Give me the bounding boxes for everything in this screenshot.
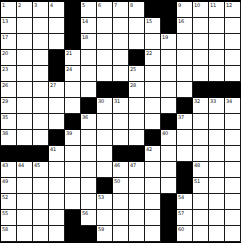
cell-r11c2[interactable]: 44: [17, 162, 33, 178]
cell-r14c12[interactable]: 57: [177, 210, 193, 226]
clue-number-14: 14: [82, 18, 88, 24]
cell-r2c6[interactable]: 14: [81, 18, 97, 34]
cell-r8c6[interactable]: 36: [81, 114, 97, 130]
cell-r5c1[interactable]: 23: [1, 66, 17, 82]
cell-r8c2[interactable]: [17, 114, 33, 130]
cell-r8c7[interactable]: [97, 114, 113, 130]
cell-r1c4[interactable]: 4: [49, 2, 65, 18]
cell-r7c15[interactable]: 34: [225, 98, 241, 114]
cell-r5c11[interactable]: [161, 66, 177, 82]
cell-r12c2[interactable]: [17, 178, 33, 194]
cell-r1c14[interactable]: 11: [209, 2, 225, 18]
clue-number-21: 21: [66, 50, 72, 56]
cell-r13c6[interactable]: [81, 194, 97, 210]
clue-number-16: 16: [178, 18, 184, 24]
cell-r8c3[interactable]: [33, 114, 49, 130]
cell-r8c10[interactable]: [145, 114, 161, 130]
black-cell-r11c12: [177, 162, 193, 178]
black-cell-r6c8: [113, 82, 129, 98]
cell-r10c12[interactable]: [177, 146, 193, 162]
cell-r13c9[interactable]: [129, 194, 145, 210]
cell-r2c12[interactable]: 16: [177, 18, 193, 34]
cell-r11c11[interactable]: [161, 162, 177, 178]
cell-r5c3[interactable]: [33, 66, 49, 82]
cell-r3c1[interactable]: 17: [1, 34, 17, 50]
cell-r4c8[interactable]: [113, 50, 129, 66]
cell-r9c5[interactable]: 39: [65, 130, 81, 146]
cell-r15c2[interactable]: [17, 226, 33, 242]
cell-r15c4[interactable]: [49, 226, 65, 242]
cell-r12c13[interactable]: 51: [193, 178, 209, 194]
crossword-grid: 1234567891011121314151617181920212223242…: [0, 0, 241, 243]
black-cell-r10c2: [17, 146, 33, 162]
cell-r3c7[interactable]: [97, 34, 113, 50]
clue-number-33: 33: [210, 98, 216, 104]
clue-number-1: 1: [2, 2, 5, 8]
clue-number-37: 37: [178, 114, 184, 120]
black-cell-r10c1: [1, 146, 17, 162]
cell-r2c8[interactable]: [113, 18, 129, 34]
cell-r7c4[interactable]: [49, 98, 65, 114]
black-cell-r1c5: [65, 2, 81, 18]
clue-number-19: 19: [162, 34, 168, 40]
clue-number-55: 55: [2, 210, 8, 216]
clue-number-48: 48: [194, 162, 200, 168]
cell-r13c5[interactable]: [65, 194, 81, 210]
cell-r5c12[interactable]: [177, 66, 193, 82]
cell-r12c15[interactable]: [225, 178, 241, 194]
cell-r2c4[interactable]: [49, 18, 65, 34]
cell-r6c10[interactable]: [145, 82, 161, 98]
clue-number-7: 7: [114, 2, 117, 8]
cell-r13c10[interactable]: [145, 194, 161, 210]
black-cell-r9c10: [145, 130, 161, 146]
cell-r12c8[interactable]: 50: [113, 178, 129, 194]
cell-r4c6[interactable]: [81, 50, 97, 66]
cell-r14c6[interactable]: 56: [81, 210, 97, 226]
clue-number-12: 12: [226, 2, 232, 8]
cell-r5c13[interactable]: [193, 66, 209, 82]
cell-r2c10[interactable]: 15: [145, 18, 161, 34]
cell-r5c10[interactable]: [145, 66, 161, 82]
cell-r1c12[interactable]: 9: [177, 2, 193, 18]
clue-number-15: 15: [146, 18, 152, 24]
cell-r6c4[interactable]: 27: [49, 82, 65, 98]
cell-r11c8[interactable]: 46: [113, 162, 129, 178]
cell-r1c3[interactable]: 3: [33, 2, 49, 18]
cell-r7c3[interactable]: [33, 98, 49, 114]
clue-number-2: 2: [18, 2, 21, 8]
clue-number-31: 31: [114, 98, 120, 104]
cell-r3c3[interactable]: [33, 34, 49, 50]
clue-number-51: 51: [194, 178, 200, 184]
cell-r11c9[interactable]: 47: [129, 162, 145, 178]
clue-number-3: 3: [34, 2, 37, 8]
cell-r3c14[interactable]: [209, 34, 225, 50]
cell-r4c11[interactable]: [161, 50, 177, 66]
black-cell-r15c11: [161, 226, 177, 242]
cell-r9c2[interactable]: [17, 130, 33, 146]
cell-r11c1[interactable]: 43: [1, 162, 17, 178]
black-cell-r1c10: [145, 2, 161, 18]
black-cell-r10c9: [129, 146, 145, 162]
cell-r4c12[interactable]: [177, 50, 193, 66]
black-cell-r6c7: [97, 82, 113, 98]
cell-r14c10[interactable]: [145, 210, 161, 226]
cell-r11c4[interactable]: [49, 162, 65, 178]
cell-r3c2[interactable]: [17, 34, 33, 50]
cell-r4c14[interactable]: [209, 50, 225, 66]
clue-number-38: 38: [2, 130, 8, 136]
cell-r14c3[interactable]: [33, 210, 49, 226]
cell-r6c11[interactable]: [161, 82, 177, 98]
cell-r15c13[interactable]: [193, 226, 209, 242]
cell-r3c4[interactable]: [49, 34, 65, 50]
black-cell-r12c7: [97, 178, 113, 194]
cell-r6c9[interactable]: 28: [129, 82, 145, 98]
cell-r13c12[interactable]: 54: [177, 194, 193, 210]
cell-r14c13[interactable]: [193, 210, 209, 226]
clue-number-44: 44: [18, 162, 24, 168]
cell-r13c15[interactable]: [225, 194, 241, 210]
cell-r9c7[interactable]: [97, 130, 113, 146]
cell-r14c8[interactable]: [113, 210, 129, 226]
cell-r3c8[interactable]: [113, 34, 129, 50]
cell-r10c11[interactable]: [161, 146, 177, 162]
cell-r14c7[interactable]: [97, 210, 113, 226]
clue-number-28: 28: [130, 82, 136, 88]
cell-r13c2[interactable]: [17, 194, 33, 210]
black-cell-r10c3: [33, 146, 49, 162]
cell-r2c15[interactable]: [225, 18, 241, 34]
cell-r6c1[interactable]: 26: [1, 82, 17, 98]
cell-r8c4[interactable]: [49, 114, 65, 130]
cell-r9c14[interactable]: [209, 130, 225, 146]
cell-r1c13[interactable]: 10: [193, 2, 209, 18]
cell-r1c15[interactable]: 12: [225, 2, 241, 18]
clue-number-23: 23: [2, 66, 8, 72]
cell-r12c6[interactable]: [81, 178, 97, 194]
clue-number-30: 30: [98, 98, 104, 104]
cell-r3c11[interactable]: 19: [161, 34, 177, 50]
clue-number-27: 27: [50, 82, 56, 88]
clue-number-42: 42: [146, 146, 152, 152]
black-cell-r6c14: [209, 82, 225, 98]
cell-r7c14[interactable]: 33: [209, 98, 225, 114]
cell-r3c15[interactable]: [225, 34, 241, 50]
clue-number-32: 32: [194, 98, 200, 104]
clue-number-47: 47: [130, 162, 136, 168]
cell-r6c2[interactable]: [17, 82, 33, 98]
cell-r11c6[interactable]: [81, 162, 97, 178]
black-cell-r14c11: [161, 210, 177, 226]
clue-number-45: 45: [34, 162, 40, 168]
cell-r15c15[interactable]: [225, 226, 241, 242]
clue-number-53: 53: [98, 194, 104, 200]
clue-number-54: 54: [178, 194, 184, 200]
cell-r11c7[interactable]: [97, 162, 113, 178]
clue-number-24: 24: [66, 66, 72, 72]
cell-r9c1[interactable]: 38: [1, 130, 17, 146]
clue-number-6: 6: [98, 2, 101, 8]
cell-r9c3[interactable]: [33, 130, 49, 146]
cell-r6c5[interactable]: [65, 82, 81, 98]
cell-r7c1[interactable]: 29: [1, 98, 17, 114]
cell-r15c8[interactable]: [113, 226, 129, 242]
clue-number-35: 35: [2, 114, 8, 120]
cell-r14c1[interactable]: 55: [1, 210, 17, 226]
cell-r13c14[interactable]: [209, 194, 225, 210]
clue-number-60: 60: [178, 226, 184, 232]
cell-r5c7[interactable]: [97, 66, 113, 82]
black-cell-r6c13: [193, 82, 209, 98]
cell-r10c7[interactable]: [97, 146, 113, 162]
black-cell-r1c11: [161, 2, 177, 18]
cell-r14c2[interactable]: [17, 210, 33, 226]
clue-number-8: 8: [130, 2, 133, 8]
clue-number-36: 36: [82, 114, 88, 120]
clue-number-52: 52: [2, 194, 8, 200]
cell-r13c8[interactable]: [113, 194, 129, 210]
cell-r2c7[interactable]: [97, 18, 113, 34]
cell-r10c6[interactable]: [81, 146, 97, 162]
cell-r12c1[interactable]: 49: [1, 178, 17, 194]
cell-r1c7[interactable]: 6: [97, 2, 113, 18]
cell-r14c9[interactable]: [129, 210, 145, 226]
black-cell-r14c5: [65, 210, 81, 226]
clue-number-20: 20: [2, 50, 8, 56]
cell-r3c6[interactable]: 18: [81, 34, 97, 50]
clue-number-41: 41: [50, 146, 56, 152]
cell-r5c8[interactable]: [113, 66, 129, 82]
black-cell-r7c12: [177, 98, 193, 114]
cell-r15c3[interactable]: [33, 226, 49, 242]
cell-r10c4[interactable]: 41: [49, 146, 65, 162]
cell-r8c8[interactable]: [113, 114, 129, 130]
cell-r7c5[interactable]: [65, 98, 81, 114]
cell-r10c14[interactable]: [209, 146, 225, 162]
cell-r8c12[interactable]: 37: [177, 114, 193, 130]
cell-r10c10[interactable]: 42: [145, 146, 161, 162]
cell-r7c10[interactable]: [145, 98, 161, 114]
cell-r15c12[interactable]: 60: [177, 226, 193, 242]
cell-r9c9[interactable]: [129, 130, 145, 146]
cell-r12c5[interactable]: [65, 178, 81, 194]
black-cell-r2c5: [65, 18, 81, 34]
cell-r2c1[interactable]: 13: [1, 18, 17, 34]
cell-r4c3[interactable]: [33, 50, 49, 66]
cell-r2c14[interactable]: [209, 18, 225, 34]
cell-r8c9[interactable]: [129, 114, 145, 130]
clue-number-25: 25: [130, 66, 136, 72]
cell-r13c4[interactable]: [49, 194, 65, 210]
cell-r11c15[interactable]: [225, 162, 241, 178]
cell-r13c1[interactable]: 52: [1, 194, 17, 210]
cell-r14c4[interactable]: [49, 210, 65, 226]
black-cell-r5c4: [49, 66, 65, 82]
cell-r5c14[interactable]: [209, 66, 225, 82]
clue-number-46: 46: [114, 162, 120, 168]
cell-r12c10[interactable]: [145, 178, 161, 194]
cell-r4c5[interactable]: 21: [65, 50, 81, 66]
cell-r5c9[interactable]: 25: [129, 66, 145, 82]
cell-r4c15[interactable]: [225, 50, 241, 66]
cell-r2c9[interactable]: [129, 18, 145, 34]
cell-r7c9[interactable]: [129, 98, 145, 114]
black-cell-r15c6: [81, 226, 97, 242]
cell-r7c2[interactable]: [17, 98, 33, 114]
cell-r11c5[interactable]: [65, 162, 81, 178]
cell-r14c15[interactable]: [225, 210, 241, 226]
cell-r12c4[interactable]: [49, 178, 65, 194]
black-cell-r15c5: [65, 226, 81, 242]
cell-r9c15[interactable]: [225, 130, 241, 146]
black-cell-r8c11: [161, 114, 177, 130]
clue-number-17: 17: [2, 34, 8, 40]
black-cell-r13c11: [161, 194, 177, 210]
cell-r8c13[interactable]: [193, 114, 209, 130]
clue-number-29: 29: [2, 98, 8, 104]
clue-number-26: 26: [2, 82, 8, 88]
cell-r5c6[interactable]: [81, 66, 97, 82]
clue-number-18: 18: [82, 34, 88, 40]
cell-r12c14[interactable]: [209, 178, 225, 194]
cell-r13c3[interactable]: [33, 194, 49, 210]
clue-number-59: 59: [98, 226, 104, 232]
cell-r13c13[interactable]: [193, 194, 209, 210]
cell-r7c8[interactable]: 31: [113, 98, 129, 114]
cell-r9c13[interactable]: [193, 130, 209, 146]
cell-r11c14[interactable]: [209, 162, 225, 178]
cell-r4c7[interactable]: [97, 50, 113, 66]
crossword-puzzle: 1234567891011121314151617181920212223242…: [0, 0, 241, 243]
cell-r12c9[interactable]: [129, 178, 145, 194]
clue-number-4: 4: [50, 2, 53, 8]
cell-r15c10[interactable]: [145, 226, 161, 242]
cell-r2c3[interactable]: [33, 18, 49, 34]
clue-number-58: 58: [2, 226, 8, 232]
cell-r8c1[interactable]: 35: [1, 114, 17, 130]
cell-r10c15[interactable]: [225, 146, 241, 162]
cell-r1c9[interactable]: 8: [129, 2, 145, 18]
black-cell-r3c5: [65, 34, 81, 50]
clue-number-50: 50: [114, 178, 120, 184]
cell-r14c14[interactable]: [209, 210, 225, 226]
clue-number-9: 9: [178, 2, 181, 8]
cell-r4c2[interactable]: [17, 50, 33, 66]
cell-r1c2[interactable]: 2: [17, 2, 33, 18]
clue-number-57: 57: [178, 210, 184, 216]
cell-r15c14[interactable]: [209, 226, 225, 242]
cell-r15c1[interactable]: 58: [1, 226, 17, 242]
cell-r1c6[interactable]: 5: [81, 2, 97, 18]
clue-number-13: 13: [2, 18, 8, 24]
cell-r4c10[interactable]: 22: [145, 50, 161, 66]
cell-r15c9[interactable]: [129, 226, 145, 242]
cell-r3c9[interactable]: [129, 34, 145, 50]
cell-r2c13[interactable]: [193, 18, 209, 34]
cell-r10c13[interactable]: [193, 146, 209, 162]
clue-number-40: 40: [162, 130, 168, 136]
cell-r12c11[interactable]: [161, 178, 177, 194]
cell-r4c1[interactable]: 20: [1, 50, 17, 66]
cell-r13c7[interactable]: 53: [97, 194, 113, 210]
black-cell-r12c12: [177, 178, 193, 194]
cell-r2c2[interactable]: [17, 18, 33, 34]
cell-r11c10[interactable]: [145, 162, 161, 178]
clue-number-11: 11: [210, 2, 216, 8]
cell-r3c10[interactable]: [145, 34, 161, 50]
black-cell-r8c5: [65, 114, 81, 130]
black-cell-r7c6: [81, 98, 97, 114]
cell-r3c13[interactable]: [193, 34, 209, 50]
cell-r9c12[interactable]: [177, 130, 193, 146]
cell-r7c11[interactable]: [161, 98, 177, 114]
black-cell-r6c15: [225, 82, 241, 98]
clue-number-10: 10: [194, 2, 200, 8]
cell-r6c12[interactable]: [177, 82, 193, 98]
cell-r6c3[interactable]: [33, 82, 49, 98]
black-cell-r4c4: [49, 50, 65, 66]
clue-number-56: 56: [82, 210, 88, 216]
black-cell-r4c9: [129, 50, 145, 66]
cell-r7c7[interactable]: 30: [97, 98, 113, 114]
cell-r6c6[interactable]: [81, 82, 97, 98]
cell-r5c15[interactable]: [225, 66, 241, 82]
black-cell-r10c8: [113, 146, 129, 162]
cell-r8c14[interactable]: [209, 114, 225, 130]
cell-r9c6[interactable]: [81, 130, 97, 146]
cell-r1c8[interactable]: 7: [113, 2, 129, 18]
black-cell-r9c4: [49, 130, 65, 146]
cell-r9c11[interactable]: 40: [161, 130, 177, 146]
cell-r8c15[interactable]: [225, 114, 241, 130]
clue-number-5: 5: [82, 2, 85, 8]
cell-r11c3[interactable]: 45: [33, 162, 49, 178]
cell-r5c5[interactable]: 24: [65, 66, 81, 82]
clue-number-34: 34: [226, 98, 232, 104]
cell-r3c12[interactable]: [177, 34, 193, 50]
cell-r11c13[interactable]: 48: [193, 162, 209, 178]
cell-r10c5[interactable]: [65, 146, 81, 162]
cell-r7c13[interactable]: 32: [193, 98, 209, 114]
cell-r9c8[interactable]: [113, 130, 129, 146]
clue-number-49: 49: [2, 178, 8, 184]
clue-number-39: 39: [66, 130, 72, 136]
clue-number-43: 43: [2, 162, 8, 168]
cell-r5c2[interactable]: [17, 66, 33, 82]
clue-number-22: 22: [146, 50, 152, 56]
black-cell-r2c11: [161, 18, 177, 34]
cell-r15c7[interactable]: 59: [97, 226, 113, 242]
cell-r4c13[interactable]: [193, 50, 209, 66]
cell-r1c1[interactable]: 1: [1, 2, 17, 18]
cell-r12c3[interactable]: [33, 178, 49, 194]
